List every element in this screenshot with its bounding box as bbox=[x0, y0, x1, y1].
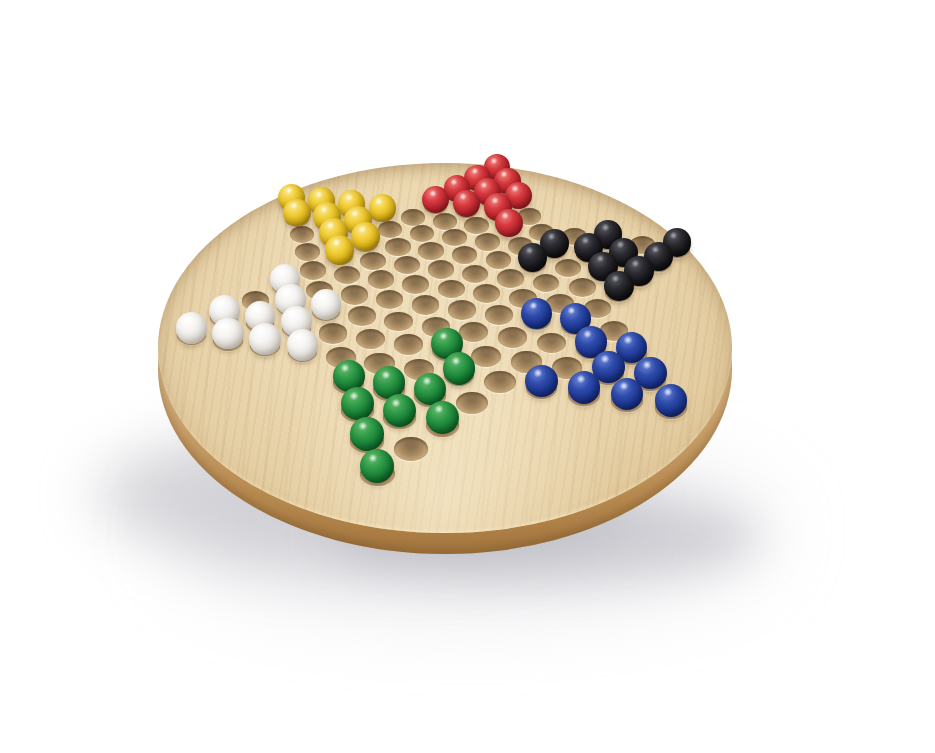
marble-green[interactable] bbox=[443, 352, 475, 384]
marble-specular-highlight bbox=[289, 201, 299, 210]
marble-white[interactable] bbox=[287, 329, 319, 361]
marble-specular-highlight bbox=[501, 211, 511, 220]
board-hole[interactable] bbox=[394, 437, 428, 461]
marble-blue[interactable] bbox=[568, 371, 601, 404]
board-hole[interactable] bbox=[569, 278, 596, 297]
marble-specular-highlight bbox=[438, 330, 449, 340]
marble-specular-highlight bbox=[599, 354, 611, 364]
board-hole[interactable] bbox=[471, 346, 501, 367]
marble-specular-highlight bbox=[276, 267, 287, 277]
marble-specular-highlight bbox=[532, 368, 544, 378]
board-hole[interactable] bbox=[475, 233, 500, 250]
marble-specular-highlight bbox=[348, 390, 360, 401]
board-hole[interactable] bbox=[456, 392, 488, 414]
marble-specular-highlight bbox=[421, 376, 433, 386]
board-hole[interactable] bbox=[295, 243, 320, 261]
marble-red[interactable] bbox=[495, 209, 523, 237]
marble-green[interactable] bbox=[350, 417, 383, 450]
marble-specular-highlight bbox=[293, 332, 304, 342]
board-hole[interactable] bbox=[438, 280, 465, 299]
board-hole[interactable] bbox=[448, 300, 476, 320]
marble-specular-highlight bbox=[622, 335, 633, 345]
marble-specular-highlight bbox=[575, 374, 587, 384]
board-hole[interactable] bbox=[394, 334, 423, 355]
marble-specular-highlight bbox=[332, 238, 342, 247]
board-hole[interactable] bbox=[319, 323, 348, 343]
marble-white[interactable] bbox=[311, 289, 342, 320]
marble-specular-highlight bbox=[615, 240, 625, 249]
marble-specular-highlight bbox=[650, 244, 660, 253]
marble-specular-highlight bbox=[449, 177, 459, 186]
marble-specular-highlight bbox=[662, 387, 674, 398]
marble-specular-highlight bbox=[500, 170, 510, 179]
marble-specular-highlight bbox=[510, 184, 520, 193]
marble-yellow[interactable] bbox=[351, 222, 380, 251]
marble-specular-highlight bbox=[344, 193, 354, 202]
marble-specular-highlight bbox=[428, 189, 438, 198]
marble-specular-highlight bbox=[566, 306, 577, 316]
marble-specular-highlight bbox=[183, 315, 194, 325]
marble-yellow[interactable] bbox=[283, 199, 311, 227]
board-hole[interactable] bbox=[300, 261, 326, 279]
board-hole[interactable] bbox=[428, 260, 454, 278]
marble-specular-highlight bbox=[325, 221, 335, 230]
board-hole[interactable] bbox=[401, 209, 425, 226]
marble-specular-highlight bbox=[350, 208, 360, 217]
marble-specular-highlight bbox=[595, 254, 606, 263]
marble-specular-highlight bbox=[287, 309, 298, 319]
marble-specular-highlight bbox=[524, 245, 535, 254]
marble-specular-highlight bbox=[390, 397, 402, 408]
marble-specular-highlight bbox=[546, 232, 556, 241]
product-photo-scene bbox=[0, 0, 935, 753]
marble-white[interactable] bbox=[249, 323, 280, 354]
marble-specular-highlight bbox=[580, 236, 590, 245]
marble-specular-highlight bbox=[314, 189, 324, 198]
marble-specular-highlight bbox=[433, 404, 445, 415]
marble-specular-highlight bbox=[459, 192, 469, 201]
marble-specular-highlight bbox=[450, 355, 462, 365]
marble-specular-highlight bbox=[480, 181, 490, 190]
board-hole[interactable] bbox=[348, 306, 376, 326]
marble-specular-highlight bbox=[282, 287, 293, 297]
marble-specular-highlight bbox=[582, 329, 593, 339]
marble-specular-highlight bbox=[357, 225, 367, 234]
marble-specular-highlight bbox=[317, 292, 328, 302]
marble-yellow[interactable] bbox=[325, 235, 354, 264]
marble-specular-highlight bbox=[631, 259, 642, 269]
marble-specular-highlight bbox=[641, 360, 653, 370]
marble-specular-highlight bbox=[219, 321, 230, 331]
marble-specular-highlight bbox=[215, 298, 226, 308]
board-hole[interactable] bbox=[442, 229, 467, 246]
marble-white[interactable] bbox=[176, 312, 207, 343]
marble-specular-highlight bbox=[470, 167, 479, 175]
board-hole[interactable] bbox=[418, 242, 443, 260]
board-hole[interactable] bbox=[360, 252, 386, 270]
marble-green[interactable] bbox=[426, 401, 459, 434]
marble-specular-highlight bbox=[374, 196, 384, 205]
board-hole[interactable] bbox=[412, 295, 440, 314]
marble-blue[interactable] bbox=[655, 384, 688, 417]
board-hole[interactable] bbox=[486, 251, 512, 269]
marble-specular-highlight bbox=[256, 326, 267, 336]
board-hole[interactable] bbox=[341, 285, 368, 304]
board-hole[interactable] bbox=[485, 305, 513, 325]
board-hole[interactable] bbox=[356, 329, 385, 349]
marble-white[interactable] bbox=[212, 318, 243, 349]
marble-specular-highlight bbox=[319, 205, 329, 214]
board-hole[interactable] bbox=[484, 371, 515, 393]
board-hole[interactable] bbox=[402, 275, 429, 294]
marble-yellow[interactable] bbox=[369, 194, 397, 222]
board-hole[interactable] bbox=[464, 217, 488, 234]
marble-specular-highlight bbox=[380, 369, 392, 379]
marble-specular-highlight bbox=[339, 363, 351, 373]
board-hole[interactable] bbox=[497, 269, 524, 288]
board-hole[interactable] bbox=[384, 312, 412, 332]
marble-specular-highlight bbox=[618, 380, 630, 390]
marble-specular-highlight bbox=[357, 420, 369, 431]
marble-specular-highlight bbox=[490, 196, 500, 205]
board-hole[interactable] bbox=[498, 327, 527, 347]
marble-specular-highlight bbox=[251, 303, 262, 313]
board-hole[interactable] bbox=[368, 270, 395, 289]
marble-specular-highlight bbox=[669, 231, 679, 240]
marble-specular-highlight bbox=[490, 157, 499, 165]
marble-blue[interactable] bbox=[525, 365, 557, 397]
marble-blue[interactable] bbox=[521, 298, 552, 329]
board-hole[interactable] bbox=[394, 256, 420, 274]
marble-specular-highlight bbox=[600, 223, 610, 232]
marble-black[interactable] bbox=[604, 271, 634, 301]
board-hole[interactable] bbox=[385, 238, 410, 256]
marble-red[interactable] bbox=[453, 190, 480, 217]
marble-specular-highlight bbox=[284, 186, 294, 195]
marble-specular-highlight bbox=[367, 452, 379, 463]
marble-specular-highlight bbox=[528, 301, 539, 311]
marble-specular-highlight bbox=[610, 274, 621, 284]
board-hole[interactable] bbox=[433, 213, 457, 230]
